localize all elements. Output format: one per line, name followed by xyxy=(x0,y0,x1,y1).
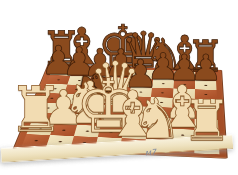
chess-set-photo: м7 ♜♝♚♛♞♝♜♟♟♟♟♟♟♟♟♞♛♟♟♟♞♟♝♜♚♝♞♜ xyxy=(0,0,238,175)
square-d2[interactable] xyxy=(98,126,124,138)
square-c2[interactable] xyxy=(74,125,100,137)
edge-mark: м7 xyxy=(145,149,157,158)
